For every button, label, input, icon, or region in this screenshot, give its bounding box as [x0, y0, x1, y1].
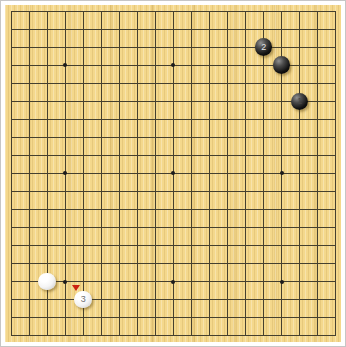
intersection-T3[interactable]: [327, 291, 345, 309]
intersection-R11[interactable]: [291, 146, 309, 164]
black-stone-R14[interactable]: 1: [291, 93, 308, 110]
intersection-B13[interactable]: [20, 110, 38, 128]
intersection-T18[interactable]: [327, 20, 345, 38]
intersection-A15[interactable]: [2, 74, 20, 92]
intersection-E12[interactable]: [74, 128, 92, 146]
intersection-F16[interactable]: [92, 56, 110, 74]
intersection-B15[interactable]: [20, 74, 38, 92]
intersection-O12[interactable]: [237, 128, 255, 146]
intersection-A19[interactable]: [2, 2, 20, 20]
intersection-S4[interactable]: [309, 273, 327, 291]
intersection-Q8[interactable]: [273, 201, 291, 219]
intersection-N10[interactable]: [219, 164, 237, 182]
intersection-H8[interactable]: [128, 201, 146, 219]
intersection-E3[interactable]: 3: [74, 291, 92, 309]
intersection-E13[interactable]: [74, 110, 92, 128]
intersection-E14[interactable]: [74, 92, 92, 110]
intersection-E17[interactable]: [74, 38, 92, 56]
intersection-M14[interactable]: [201, 92, 219, 110]
intersection-T17[interactable]: [327, 38, 345, 56]
intersection-S1[interactable]: [309, 327, 327, 345]
intersection-D5[interactable]: [56, 255, 74, 273]
intersection-E18[interactable]: [74, 20, 92, 38]
intersection-J14[interactable]: [146, 92, 164, 110]
intersection-K2[interactable]: [164, 309, 182, 327]
intersection-P16[interactable]: [255, 56, 273, 74]
intersection-P17[interactable]: 2: [255, 38, 273, 56]
intersection-K13[interactable]: [164, 110, 182, 128]
intersection-J5[interactable]: [146, 255, 164, 273]
intersection-C17[interactable]: [38, 38, 56, 56]
intersection-H1[interactable]: [128, 327, 146, 345]
intersection-E16[interactable]: [74, 56, 92, 74]
intersection-A5[interactable]: [2, 255, 20, 273]
intersection-O8[interactable]: [237, 201, 255, 219]
intersection-H4[interactable]: [128, 273, 146, 291]
intersection-A3[interactable]: [2, 291, 20, 309]
intersection-C10[interactable]: [38, 164, 56, 182]
intersection-T5[interactable]: [327, 255, 345, 273]
intersection-J1[interactable]: [146, 327, 164, 345]
intersection-B1[interactable]: [20, 327, 38, 345]
intersection-A10[interactable]: [2, 164, 20, 182]
intersection-B4[interactable]: [20, 273, 38, 291]
intersection-E2[interactable]: [74, 309, 92, 327]
intersection-R7[interactable]: [291, 219, 309, 237]
intersection-S11[interactable]: [309, 146, 327, 164]
intersection-C13[interactable]: [38, 110, 56, 128]
intersection-B19[interactable]: [20, 2, 38, 20]
intersection-G14[interactable]: [110, 92, 128, 110]
intersection-A14[interactable]: [2, 92, 20, 110]
intersection-N4[interactable]: [219, 273, 237, 291]
intersection-D9[interactable]: [56, 182, 74, 200]
intersection-D12[interactable]: [56, 128, 74, 146]
intersection-R12[interactable]: [291, 128, 309, 146]
intersection-E1[interactable]: [74, 327, 92, 345]
intersection-M10[interactable]: [201, 164, 219, 182]
intersection-H18[interactable]: [128, 20, 146, 38]
intersection-O17[interactable]: [237, 38, 255, 56]
intersection-B17[interactable]: [20, 38, 38, 56]
intersection-K16[interactable]: [164, 56, 182, 74]
intersection-B6[interactable]: [20, 237, 38, 255]
intersection-F1[interactable]: [92, 327, 110, 345]
intersection-H16[interactable]: [128, 56, 146, 74]
intersection-N17[interactable]: [219, 38, 237, 56]
intersection-N14[interactable]: [219, 92, 237, 110]
intersection-L2[interactable]: [182, 309, 200, 327]
intersection-O15[interactable]: [237, 74, 255, 92]
intersection-D1[interactable]: [56, 327, 74, 345]
intersection-K3[interactable]: [164, 291, 182, 309]
intersection-C2[interactable]: [38, 309, 56, 327]
intersection-O14[interactable]: [237, 92, 255, 110]
intersection-N3[interactable]: [219, 291, 237, 309]
intersection-Q6[interactable]: [273, 237, 291, 255]
intersection-G18[interactable]: [110, 20, 128, 38]
intersection-Q17[interactable]: [273, 38, 291, 56]
intersection-G16[interactable]: [110, 56, 128, 74]
intersection-B8[interactable]: [20, 201, 38, 219]
intersection-L6[interactable]: [182, 237, 200, 255]
intersection-O13[interactable]: [237, 110, 255, 128]
intersection-T1[interactable]: [327, 327, 345, 345]
intersection-L18[interactable]: [182, 20, 200, 38]
intersection-N18[interactable]: [219, 20, 237, 38]
intersection-Q18[interactable]: [273, 20, 291, 38]
intersection-D2[interactable]: [56, 309, 74, 327]
intersection-L16[interactable]: [182, 56, 200, 74]
intersection-F12[interactable]: [92, 128, 110, 146]
intersection-D18[interactable]: [56, 20, 74, 38]
intersection-G3[interactable]: [110, 291, 128, 309]
intersection-L15[interactable]: [182, 74, 200, 92]
intersection-K7[interactable]: [164, 219, 182, 237]
intersection-J10[interactable]: [146, 164, 164, 182]
intersection-J18[interactable]: [146, 20, 164, 38]
intersection-F15[interactable]: [92, 74, 110, 92]
intersection-M4[interactable]: [201, 273, 219, 291]
intersection-Q9[interactable]: [273, 182, 291, 200]
intersection-Q16[interactable]: [273, 56, 291, 74]
intersection-G12[interactable]: [110, 128, 128, 146]
intersection-D17[interactable]: [56, 38, 74, 56]
intersection-O16[interactable]: [237, 56, 255, 74]
intersection-S10[interactable]: [309, 164, 327, 182]
intersection-M12[interactable]: [201, 128, 219, 146]
intersection-S15[interactable]: [309, 74, 327, 92]
intersection-A17[interactable]: [2, 38, 20, 56]
intersection-R17[interactable]: [291, 38, 309, 56]
intersection-H19[interactable]: [128, 2, 146, 20]
intersection-O10[interactable]: [237, 164, 255, 182]
intersection-S2[interactable]: [309, 309, 327, 327]
black-stone-P17[interactable]: 2: [255, 38, 272, 55]
intersection-Q3[interactable]: [273, 291, 291, 309]
intersection-Q15[interactable]: [273, 74, 291, 92]
intersection-M16[interactable]: [201, 56, 219, 74]
intersection-B5[interactable]: [20, 255, 38, 273]
intersection-E8[interactable]: [74, 201, 92, 219]
intersection-K14[interactable]: [164, 92, 182, 110]
intersection-F4[interactable]: [92, 273, 110, 291]
intersection-D16[interactable]: [56, 56, 74, 74]
intersection-F13[interactable]: [92, 110, 110, 128]
intersection-S3[interactable]: [309, 291, 327, 309]
intersection-A13[interactable]: [2, 110, 20, 128]
intersection-P10[interactable]: [255, 164, 273, 182]
intersection-H2[interactable]: [128, 309, 146, 327]
intersection-H17[interactable]: [128, 38, 146, 56]
intersection-G6[interactable]: [110, 237, 128, 255]
intersection-P11[interactable]: [255, 146, 273, 164]
intersection-N19[interactable]: [219, 2, 237, 20]
intersection-R3[interactable]: [291, 291, 309, 309]
intersection-B12[interactable]: [20, 128, 38, 146]
intersection-L14[interactable]: [182, 92, 200, 110]
intersection-E5[interactable]: [74, 255, 92, 273]
intersection-A9[interactable]: [2, 182, 20, 200]
intersection-R5[interactable]: [291, 255, 309, 273]
intersection-P14[interactable]: [255, 92, 273, 110]
intersection-C11[interactable]: [38, 146, 56, 164]
intersection-J16[interactable]: [146, 56, 164, 74]
intersection-F6[interactable]: [92, 237, 110, 255]
intersection-C19[interactable]: [38, 2, 56, 20]
intersection-B9[interactable]: [20, 182, 38, 200]
intersection-O9[interactable]: [237, 182, 255, 200]
intersection-P2[interactable]: [255, 309, 273, 327]
intersection-Q10[interactable]: [273, 164, 291, 182]
intersection-K18[interactable]: [164, 20, 182, 38]
intersection-A4[interactable]: [2, 273, 20, 291]
intersection-M3[interactable]: [201, 291, 219, 309]
intersection-M8[interactable]: [201, 201, 219, 219]
intersection-J3[interactable]: [146, 291, 164, 309]
intersection-K12[interactable]: [164, 128, 182, 146]
intersection-K10[interactable]: [164, 164, 182, 182]
intersection-T13[interactable]: [327, 110, 345, 128]
intersection-D7[interactable]: [56, 219, 74, 237]
intersection-A1[interactable]: [2, 327, 20, 345]
intersection-Q4[interactable]: [273, 273, 291, 291]
intersection-C4[interactable]: [38, 273, 56, 291]
intersection-D6[interactable]: [56, 237, 74, 255]
intersection-R1[interactable]: [291, 327, 309, 345]
intersection-P13[interactable]: [255, 110, 273, 128]
intersection-D10[interactable]: [56, 164, 74, 182]
intersection-L1[interactable]: [182, 327, 200, 345]
intersection-R13[interactable]: [291, 110, 309, 128]
intersection-D11[interactable]: [56, 146, 74, 164]
intersection-T2[interactable]: [327, 309, 345, 327]
intersection-R18[interactable]: [291, 20, 309, 38]
intersection-T10[interactable]: [327, 164, 345, 182]
intersection-M1[interactable]: [201, 327, 219, 345]
intersection-J15[interactable]: [146, 74, 164, 92]
intersection-L17[interactable]: [182, 38, 200, 56]
intersection-G8[interactable]: [110, 201, 128, 219]
intersection-A12[interactable]: [2, 128, 20, 146]
intersection-G19[interactable]: [110, 2, 128, 20]
intersection-K5[interactable]: [164, 255, 182, 273]
intersection-P9[interactable]: [255, 182, 273, 200]
intersection-S16[interactable]: [309, 56, 327, 74]
intersection-G4[interactable]: [110, 273, 128, 291]
intersection-Q19[interactable]: [273, 2, 291, 20]
intersection-M17[interactable]: [201, 38, 219, 56]
intersection-H9[interactable]: [128, 182, 146, 200]
intersection-D15[interactable]: [56, 74, 74, 92]
intersection-P4[interactable]: [255, 273, 273, 291]
intersection-C7[interactable]: [38, 219, 56, 237]
intersection-T7[interactable]: [327, 219, 345, 237]
intersection-J7[interactable]: [146, 219, 164, 237]
intersection-E19[interactable]: [74, 2, 92, 20]
intersection-L5[interactable]: [182, 255, 200, 273]
intersection-B14[interactable]: [20, 92, 38, 110]
intersection-F9[interactable]: [92, 182, 110, 200]
black-stone-Q16[interactable]: [273, 56, 290, 73]
intersection-N2[interactable]: [219, 309, 237, 327]
intersection-G9[interactable]: [110, 182, 128, 200]
intersection-K11[interactable]: [164, 146, 182, 164]
intersection-L11[interactable]: [182, 146, 200, 164]
intersection-C6[interactable]: [38, 237, 56, 255]
intersection-O6[interactable]: [237, 237, 255, 255]
intersection-O3[interactable]: [237, 291, 255, 309]
intersection-P18[interactable]: [255, 20, 273, 38]
intersection-Q7[interactable]: [273, 219, 291, 237]
intersection-F10[interactable]: [92, 164, 110, 182]
intersection-P7[interactable]: [255, 219, 273, 237]
intersection-N5[interactable]: [219, 255, 237, 273]
intersection-J4[interactable]: [146, 273, 164, 291]
intersection-F3[interactable]: [92, 291, 110, 309]
intersection-A7[interactable]: [2, 219, 20, 237]
intersection-T4[interactable]: [327, 273, 345, 291]
intersection-A16[interactable]: [2, 56, 20, 74]
intersection-S17[interactable]: [309, 38, 327, 56]
intersection-P5[interactable]: [255, 255, 273, 273]
intersection-C14[interactable]: [38, 92, 56, 110]
intersection-P1[interactable]: [255, 327, 273, 345]
intersection-M11[interactable]: [201, 146, 219, 164]
intersection-A8[interactable]: [2, 201, 20, 219]
intersection-G5[interactable]: [110, 255, 128, 273]
intersection-L12[interactable]: [182, 128, 200, 146]
intersection-P6[interactable]: [255, 237, 273, 255]
intersection-N6[interactable]: [219, 237, 237, 255]
intersection-J13[interactable]: [146, 110, 164, 128]
intersection-D14[interactable]: [56, 92, 74, 110]
intersection-D8[interactable]: [56, 201, 74, 219]
intersection-D13[interactable]: [56, 110, 74, 128]
intersection-M2[interactable]: [201, 309, 219, 327]
intersection-D4[interactable]: [56, 273, 74, 291]
intersection-O5[interactable]: [237, 255, 255, 273]
intersection-G13[interactable]: [110, 110, 128, 128]
intersection-D19[interactable]: [56, 2, 74, 20]
intersection-L10[interactable]: [182, 164, 200, 182]
intersection-R2[interactable]: [291, 309, 309, 327]
intersection-F7[interactable]: [92, 219, 110, 237]
intersection-O1[interactable]: [237, 327, 255, 345]
intersection-M9[interactable]: [201, 182, 219, 200]
intersection-L4[interactable]: [182, 273, 200, 291]
intersection-S13[interactable]: [309, 110, 327, 128]
intersection-G11[interactable]: [110, 146, 128, 164]
intersection-E7[interactable]: [74, 219, 92, 237]
intersection-S8[interactable]: [309, 201, 327, 219]
intersection-R16[interactable]: [291, 56, 309, 74]
intersection-N7[interactable]: [219, 219, 237, 237]
intersection-L13[interactable]: [182, 110, 200, 128]
intersection-B2[interactable]: [20, 309, 38, 327]
intersection-Q1[interactable]: [273, 327, 291, 345]
intersection-M19[interactable]: [201, 2, 219, 20]
intersection-H6[interactable]: [128, 237, 146, 255]
intersection-F11[interactable]: [92, 146, 110, 164]
intersection-S7[interactable]: [309, 219, 327, 237]
intersection-R10[interactable]: [291, 164, 309, 182]
intersection-T6[interactable]: [327, 237, 345, 255]
intersection-E9[interactable]: [74, 182, 92, 200]
intersection-B11[interactable]: [20, 146, 38, 164]
intersection-S18[interactable]: [309, 20, 327, 38]
intersection-J11[interactable]: [146, 146, 164, 164]
intersection-P19[interactable]: [255, 2, 273, 20]
intersection-F18[interactable]: [92, 20, 110, 38]
intersection-S19[interactable]: [309, 2, 327, 20]
intersection-O18[interactable]: [237, 20, 255, 38]
intersection-O19[interactable]: [237, 2, 255, 20]
intersection-C15[interactable]: [38, 74, 56, 92]
intersection-S14[interactable]: [309, 92, 327, 110]
intersection-J12[interactable]: [146, 128, 164, 146]
white-stone-C4[interactable]: [38, 273, 55, 290]
intersection-J17[interactable]: [146, 38, 164, 56]
intersection-K17[interactable]: [164, 38, 182, 56]
intersection-C8[interactable]: [38, 201, 56, 219]
intersection-N11[interactable]: [219, 146, 237, 164]
intersection-C18[interactable]: [38, 20, 56, 38]
intersection-T14[interactable]: [327, 92, 345, 110]
intersection-L19[interactable]: [182, 2, 200, 20]
intersection-E15[interactable]: [74, 74, 92, 92]
intersection-T9[interactable]: [327, 182, 345, 200]
intersection-R4[interactable]: [291, 273, 309, 291]
intersection-E11[interactable]: [74, 146, 92, 164]
intersection-K6[interactable]: [164, 237, 182, 255]
intersection-N12[interactable]: [219, 128, 237, 146]
intersection-T12[interactable]: [327, 128, 345, 146]
intersection-C9[interactable]: [38, 182, 56, 200]
intersection-J19[interactable]: [146, 2, 164, 20]
white-stone-E3[interactable]: 3: [74, 291, 91, 308]
intersection-K1[interactable]: [164, 327, 182, 345]
intersection-C1[interactable]: [38, 327, 56, 345]
intersection-F19[interactable]: [92, 2, 110, 20]
intersection-A6[interactable]: [2, 237, 20, 255]
intersection-M7[interactable]: [201, 219, 219, 237]
intersection-R6[interactable]: [291, 237, 309, 255]
intersection-T16[interactable]: [327, 56, 345, 74]
intersection-J2[interactable]: [146, 309, 164, 327]
intersection-H12[interactable]: [128, 128, 146, 146]
intersection-K19[interactable]: [164, 2, 182, 20]
intersection-Q5[interactable]: [273, 255, 291, 273]
intersection-F2[interactable]: [92, 309, 110, 327]
intersection-H15[interactable]: [128, 74, 146, 92]
intersection-G10[interactable]: [110, 164, 128, 182]
intersection-Q13[interactable]: [273, 110, 291, 128]
intersection-M13[interactable]: [201, 110, 219, 128]
intersection-K8[interactable]: [164, 201, 182, 219]
intersection-Q2[interactable]: [273, 309, 291, 327]
intersection-Q11[interactable]: [273, 146, 291, 164]
intersection-N8[interactable]: [219, 201, 237, 219]
intersection-P12[interactable]: [255, 128, 273, 146]
intersection-R15[interactable]: [291, 74, 309, 92]
intersection-N13[interactable]: [219, 110, 237, 128]
intersection-F5[interactable]: [92, 255, 110, 273]
intersection-B10[interactable]: [20, 164, 38, 182]
intersection-O4[interactable]: [237, 273, 255, 291]
intersection-P8[interactable]: [255, 201, 273, 219]
intersection-K15[interactable]: [164, 74, 182, 92]
